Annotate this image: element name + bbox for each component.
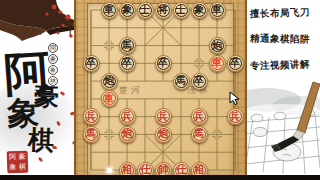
piece-red-炮[interactable]: 炮 (155, 126, 172, 143)
piece-black-卒[interactable]: 卒 (227, 55, 244, 72)
piece-black-士[interactable]: 士 (173, 2, 190, 19)
piece-red-馬[interactable]: 馬 (83, 126, 100, 143)
petal (52, 146, 57, 150)
mouse-cursor (229, 91, 240, 106)
piece-black-馬[interactable]: 馬 (119, 37, 136, 54)
circled-brand-column: 阿 豪 象 棋 (48, 43, 58, 86)
piece-black-炮[interactable]: 炮 (101, 73, 118, 90)
xiangqi-board[interactable]: 楚河 漢界 車象士将士象車馬炮卒卒卒卒車炮馬卒車兵兵兵兵兵馬炮炮馬相仕帥仕相 (74, 0, 247, 180)
tagline-1: 擅长布局飞刀 (250, 6, 320, 21)
piece-black-卒[interactable]: 卒 (119, 55, 136, 72)
last-move-origin-marker (107, 168, 112, 173)
piece-red-炮[interactable]: 炮 (119, 126, 136, 143)
right-info-panel: 擅长布局飞刀 精通象棋陷阱 专注视频讲解 (247, 0, 320, 180)
piece-black-炮[interactable]: 炮 (209, 37, 226, 54)
piece-black-馬[interactable]: 馬 (173, 73, 190, 90)
piece-red-車[interactable]: 車 (101, 90, 118, 107)
piece-red-車[interactable]: 車 (209, 55, 226, 72)
piece-black-卒[interactable]: 卒 (155, 55, 172, 72)
tagline-3: 专注视频讲解 (250, 58, 320, 73)
piece-black-卒[interactable]: 卒 (191, 73, 208, 90)
piece-red-馬[interactable]: 馬 (191, 126, 208, 143)
piece-red-兵[interactable]: 兵 (119, 108, 136, 125)
tagline-2: 精通象棋陷阱 (250, 32, 320, 46)
piece-red-兵[interactable]: 兵 (227, 108, 244, 125)
left-brand-panel: 阿 豪 象 棋 阿 豪 象 棋 阿 豪 象 棋 (0, 0, 76, 180)
piece-red-兵[interactable]: 兵 (83, 108, 100, 125)
piece-black-象[interactable]: 象 (119, 2, 136, 19)
piece-black-士[interactable]: 士 (137, 2, 154, 19)
bottom-letterbox-bar (0, 175, 320, 180)
piece-black-車[interactable]: 車 (209, 2, 226, 19)
piece-black-卒[interactable]: 卒 (83, 55, 100, 72)
ink-brush-illustration (247, 78, 320, 178)
piece-red-兵[interactable]: 兵 (155, 108, 172, 125)
piece-black-車[interactable]: 車 (101, 2, 118, 19)
piece-black-将[interactable]: 将 (155, 2, 172, 19)
piece-red-兵[interactable]: 兵 (191, 108, 208, 125)
red-seal-stamp: 阿 豪 象 棋 (7, 151, 29, 174)
piece-black-象[interactable]: 象 (191, 2, 208, 19)
brand-char-4: 棋 (28, 127, 55, 154)
thumbnail-stage: 阿 豪 象 棋 阿 豪 象 棋 阿 豪 象 棋 楚河 漢界 車象士将士象車馬炮卒… (0, 0, 320, 180)
